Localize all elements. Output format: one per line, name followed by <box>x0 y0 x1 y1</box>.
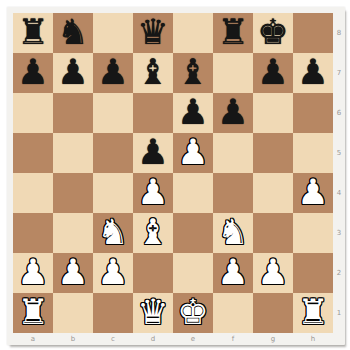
file-label-h: h <box>293 333 333 345</box>
square-h4[interactable]: ♟ <box>293 173 333 213</box>
square-h7[interactable]: ♟ <box>293 53 333 93</box>
piece-black-pawn[interactable]: ♟ <box>17 52 48 92</box>
square-g3[interactable] <box>253 213 293 253</box>
square-d1[interactable]: ♛ <box>133 293 173 333</box>
piece-white-pawn[interactable]: ♟ <box>297 172 328 212</box>
piece-black-pawn[interactable]: ♟ <box>257 52 288 92</box>
square-c2[interactable]: ♟ <box>93 253 133 293</box>
square-d5[interactable]: ♟ <box>133 133 173 173</box>
file-label-a: a <box>13 333 53 345</box>
square-c7[interactable]: ♟ <box>93 53 133 93</box>
square-c1[interactable] <box>93 293 133 333</box>
rank-labels: 87654321 <box>333 13 345 333</box>
piece-black-knight[interactable]: ♞ <box>57 12 88 52</box>
square-g6[interactable] <box>253 93 293 133</box>
square-d4[interactable]: ♟ <box>133 173 173 213</box>
piece-black-bishop[interactable]: ♝ <box>137 52 168 92</box>
square-e4[interactable] <box>173 173 213 213</box>
piece-white-pawn[interactable]: ♟ <box>177 132 208 172</box>
piece-white-pawn[interactable]: ♟ <box>97 252 128 292</box>
square-d3[interactable]: ♝ <box>133 213 173 253</box>
square-f6[interactable]: ♟ <box>213 93 253 133</box>
piece-white-pawn[interactable]: ♟ <box>17 252 48 292</box>
square-d2[interactable] <box>133 253 173 293</box>
rank-label-7: 7 <box>333 53 345 93</box>
square-g5[interactable] <box>253 133 293 173</box>
square-a1[interactable]: ♜ <box>13 293 53 333</box>
piece-black-pawn[interactable]: ♟ <box>217 92 248 132</box>
piece-white-queen[interactable]: ♛ <box>137 292 168 332</box>
square-f3[interactable]: ♞ <box>213 213 253 253</box>
piece-black-king[interactable]: ♚ <box>257 12 288 52</box>
rank-label-3: 3 <box>333 213 345 253</box>
square-h5[interactable] <box>293 133 333 173</box>
square-g8[interactable]: ♚ <box>253 13 293 53</box>
square-g4[interactable] <box>253 173 293 213</box>
piece-white-pawn[interactable]: ♟ <box>57 252 88 292</box>
square-d7[interactable]: ♝ <box>133 53 173 93</box>
square-a8[interactable]: ♜ <box>13 13 53 53</box>
file-label-g: g <box>253 333 293 345</box>
square-c4[interactable] <box>93 173 133 213</box>
square-h6[interactable] <box>293 93 333 133</box>
piece-black-pawn[interactable]: ♟ <box>137 132 168 172</box>
piece-white-king[interactable]: ♚ <box>177 292 208 332</box>
file-label-e: e <box>173 333 213 345</box>
chess-board[interactable]: ♜♞♛♜♚♟♟♟♝♝♟♟♟♟♟♟♟♟♞♝♞♟♟♟♟♟♜♛♚♜ <box>13 13 333 333</box>
square-e5[interactable]: ♟ <box>173 133 213 173</box>
square-a4[interactable] <box>13 173 53 213</box>
piece-white-rook[interactable]: ♜ <box>17 292 48 332</box>
piece-black-bishop[interactable]: ♝ <box>177 52 208 92</box>
piece-black-queen[interactable]: ♛ <box>137 12 168 52</box>
file-labels: abcdefgh <box>13 333 333 345</box>
square-h1[interactable]: ♜ <box>293 293 333 333</box>
square-e6[interactable]: ♟ <box>173 93 213 133</box>
piece-black-pawn[interactable]: ♟ <box>97 52 128 92</box>
file-label-d: d <box>133 333 173 345</box>
square-d6[interactable] <box>133 93 173 133</box>
square-b8[interactable]: ♞ <box>53 13 93 53</box>
rank-label-5: 5 <box>333 133 345 173</box>
square-e2[interactable] <box>173 253 213 293</box>
square-b4[interactable] <box>53 173 93 213</box>
square-d8[interactable]: ♛ <box>133 13 173 53</box>
rank-label-6: 6 <box>333 93 345 133</box>
square-f2[interactable]: ♟ <box>213 253 253 293</box>
square-g7[interactable]: ♟ <box>253 53 293 93</box>
chess-board-frame: ♜♞♛♜♚♟♟♟♝♝♟♟♟♟♟♟♟♟♞♝♞♟♟♟♟♟♜♛♚♜ 87654321 … <box>7 7 345 345</box>
piece-black-rook[interactable]: ♜ <box>17 12 48 52</box>
piece-black-pawn[interactable]: ♟ <box>57 52 88 92</box>
square-b1[interactable] <box>53 293 93 333</box>
square-f1[interactable] <box>213 293 253 333</box>
piece-white-rook[interactable]: ♜ <box>297 292 328 332</box>
rank-label-1: 1 <box>333 293 345 333</box>
rank-label-2: 2 <box>333 253 345 293</box>
piece-white-pawn[interactable]: ♟ <box>257 252 288 292</box>
square-b6[interactable] <box>53 93 93 133</box>
rank-label-8: 8 <box>333 13 345 53</box>
square-e8[interactable] <box>173 13 213 53</box>
piece-white-knight[interactable]: ♞ <box>217 212 248 252</box>
square-f5[interactable] <box>213 133 253 173</box>
square-b7[interactable]: ♟ <box>53 53 93 93</box>
piece-black-pawn[interactable]: ♟ <box>297 52 328 92</box>
file-label-c: c <box>93 333 133 345</box>
square-b3[interactable] <box>53 213 93 253</box>
piece-black-pawn[interactable]: ♟ <box>177 92 208 132</box>
square-f7[interactable] <box>213 53 253 93</box>
square-a2[interactable]: ♟ <box>13 253 53 293</box>
square-a6[interactable] <box>13 93 53 133</box>
square-e7[interactable]: ♝ <box>173 53 213 93</box>
square-a3[interactable] <box>13 213 53 253</box>
square-g2[interactable]: ♟ <box>253 253 293 293</box>
square-a5[interactable] <box>13 133 53 173</box>
square-b2[interactable]: ♟ <box>53 253 93 293</box>
square-g1[interactable] <box>253 293 293 333</box>
piece-white-pawn[interactable]: ♟ <box>137 172 168 212</box>
square-h3[interactable] <box>293 213 333 253</box>
square-c6[interactable] <box>93 93 133 133</box>
piece-black-rook[interactable]: ♜ <box>217 12 248 52</box>
square-b5[interactable] <box>53 133 93 173</box>
square-h8[interactable] <box>293 13 333 53</box>
square-f4[interactable] <box>213 173 253 213</box>
square-f8[interactable]: ♜ <box>213 13 253 53</box>
piece-white-knight[interactable]: ♞ <box>97 212 128 252</box>
piece-white-bishop[interactable]: ♝ <box>137 212 168 252</box>
piece-white-pawn[interactable]: ♟ <box>217 252 248 292</box>
square-c8[interactable] <box>93 13 133 53</box>
square-c3[interactable]: ♞ <box>93 213 133 253</box>
file-label-f: f <box>213 333 253 345</box>
square-h2[interactable] <box>293 253 333 293</box>
square-c5[interactable] <box>93 133 133 173</box>
file-label-b: b <box>53 333 93 345</box>
square-e3[interactable] <box>173 213 213 253</box>
square-e1[interactable]: ♚ <box>173 293 213 333</box>
square-a7[interactable]: ♟ <box>13 53 53 93</box>
rank-label-4: 4 <box>333 173 345 213</box>
